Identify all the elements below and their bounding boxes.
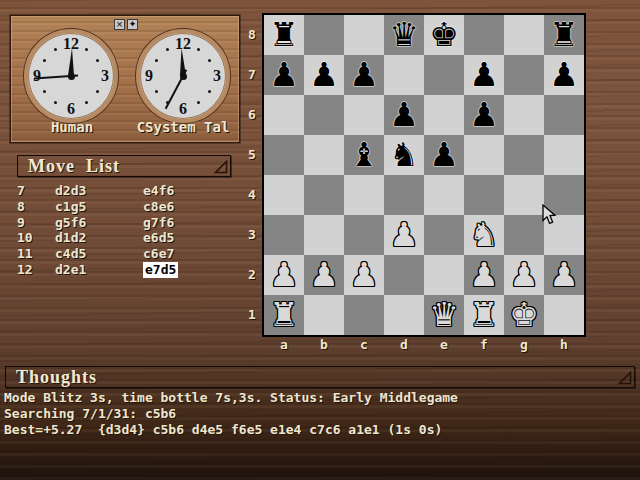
rank-label-8: 8	[246, 15, 258, 55]
square-g4[interactable]	[504, 175, 544, 215]
black-move: e4f6	[143, 183, 174, 199]
clock-hour-dot	[54, 48, 57, 51]
black-move: e6d5	[143, 230, 174, 246]
square-b6[interactable]	[304, 95, 344, 135]
resize-handle-icon[interactable]	[618, 371, 632, 385]
square-f7[interactable]: ♟	[464, 55, 504, 95]
square-a5[interactable]	[264, 135, 304, 175]
black-move-highlighted: e7d5	[143, 262, 178, 278]
black-king: ♚	[424, 15, 464, 55]
square-h1[interactable]	[544, 295, 584, 335]
file-label-h: h	[544, 337, 584, 352]
white-pawn: ♟	[264, 255, 304, 295]
move-row: 9g5f6g7f6	[17, 215, 231, 231]
clock-hour-dot	[197, 101, 200, 104]
clock-hour-dot	[208, 59, 211, 62]
rank-label-4: 4	[246, 175, 258, 215]
file-label-c: c	[344, 337, 384, 352]
clock-numeral-12: 12	[63, 36, 79, 52]
file-label-e: e	[424, 337, 464, 352]
black-pawn: ♟	[264, 55, 304, 95]
square-e4[interactable]	[424, 175, 464, 215]
square-c7[interactable]: ♟	[344, 55, 384, 95]
square-a2[interactable]: ♟	[264, 255, 304, 295]
white-move: d1d2	[55, 230, 86, 246]
square-b3[interactable]	[304, 215, 344, 255]
square-g1[interactable]: ♚	[504, 295, 544, 335]
square-e1[interactable]: ♛	[424, 295, 464, 335]
move-number: 10	[17, 230, 33, 246]
square-h7[interactable]: ♟	[544, 55, 584, 95]
square-d6[interactable]: ♟	[384, 95, 424, 135]
white-pawn: ♟	[304, 255, 344, 295]
move-number: 8	[17, 199, 25, 215]
square-h2[interactable]: ♟	[544, 255, 584, 295]
black-pawn: ♟	[424, 135, 464, 175]
analog-clock-engine: 12 3 6 9	[136, 29, 230, 123]
close-button[interactable]: ×	[114, 19, 125, 30]
clock-hour-dot	[96, 90, 99, 93]
analog-clock-human: 12 3 6 9	[24, 29, 118, 123]
square-b4[interactable]	[304, 175, 344, 215]
square-g3[interactable]	[504, 215, 544, 255]
square-b2[interactable]: ♟	[304, 255, 344, 295]
square-e5[interactable]: ♟	[424, 135, 464, 175]
square-e6[interactable]	[424, 95, 464, 135]
white-move: d2e1	[55, 262, 86, 278]
square-d8[interactable]: ♛	[384, 15, 424, 55]
move-number: 12	[17, 262, 33, 278]
square-f4[interactable]	[464, 175, 504, 215]
black-queen: ♛	[384, 15, 424, 55]
square-c6[interactable]	[344, 95, 384, 135]
square-h6[interactable]	[544, 95, 584, 135]
white-knight: ♞	[464, 215, 504, 255]
black-pawn: ♟	[384, 95, 424, 135]
clock-numeral-6: 6	[179, 101, 187, 117]
square-d2[interactable]	[384, 255, 424, 295]
black-pawn: ♟	[304, 55, 344, 95]
square-h5[interactable]	[544, 135, 584, 175]
file-label-f: f	[464, 337, 504, 352]
black-move: c8e6	[143, 199, 174, 215]
file-label-g: g	[504, 337, 544, 352]
clock-hour-dot	[166, 48, 169, 51]
square-a3[interactable]	[264, 215, 304, 255]
resize-handle-icon[interactable]	[214, 160, 228, 174]
file-label-d: d	[384, 337, 424, 352]
move-number: 9	[17, 215, 25, 231]
square-f8[interactable]	[464, 15, 504, 55]
square-f1[interactable]: ♜	[464, 295, 504, 335]
move-number: 11	[17, 246, 33, 262]
square-c1[interactable]	[344, 295, 384, 335]
clock-hour-dot	[85, 48, 88, 51]
thoughts-titlebar[interactable]: Thoughts	[5, 366, 635, 388]
square-c3[interactable]	[344, 215, 384, 255]
clock-face: 12 3 6 9	[28, 33, 114, 119]
square-b8[interactable]	[304, 15, 344, 55]
black-move: g7f6	[143, 215, 174, 231]
square-b7[interactable]: ♟	[304, 55, 344, 95]
thought-line: Best=+5.27 {d3d4} c5b6 d4e5 f6e5 e1e4 c7…	[4, 422, 636, 438]
black-pawn: ♟	[464, 55, 504, 95]
square-e8[interactable]: ♚	[424, 15, 464, 55]
clock-numeral-3: 3	[213, 68, 221, 84]
white-move: c4d5	[55, 246, 86, 262]
black-rook: ♜	[264, 15, 304, 55]
square-a8[interactable]: ♜	[264, 15, 304, 55]
white-rook: ♜	[264, 295, 304, 335]
square-d5[interactable]: ♞	[384, 135, 424, 175]
square-g2[interactable]: ♟	[504, 255, 544, 295]
square-e2[interactable]	[424, 255, 464, 295]
thought-line: Searching 7/1/31: c5b6	[4, 406, 636, 422]
white-move: g5f6	[55, 215, 86, 231]
clock-hour-dot	[197, 48, 200, 51]
square-d3[interactable]: ♟	[384, 215, 424, 255]
player-name-human: Human	[13, 119, 131, 135]
square-f3[interactable]: ♞	[464, 215, 504, 255]
clock-numeral-3: 3	[101, 68, 109, 84]
move-list: 7d2d3e4f68c1g5c8e69g5f6g7f610d1d2e6d511c…	[17, 183, 231, 278]
black-pawn: ♟	[544, 55, 584, 95]
move-row: 11c4d5c6e7	[17, 246, 231, 262]
square-f6[interactable]: ♟	[464, 95, 504, 135]
black-move: c6e7	[143, 246, 174, 262]
square-e7[interactable]	[424, 55, 464, 95]
pin-button[interactable]: ✦	[127, 19, 138, 30]
move-list-titlebar[interactable]: Move List	[17, 155, 231, 177]
white-pawn: ♟	[384, 215, 424, 255]
clock-numeral-9: 9	[33, 68, 41, 84]
square-c8[interactable]	[344, 15, 384, 55]
engine-thoughts: Mode Blitz 3s, time bottle 7s,3s. Status…	[4, 390, 636, 438]
clock-hour-dot	[43, 90, 46, 93]
clock-hour-dot	[208, 90, 211, 93]
square-f5[interactable]	[464, 135, 504, 175]
move-number: 7	[17, 183, 25, 199]
player-name-engine: CSystem Tal	[129, 119, 237, 135]
rank-label-1: 1	[246, 295, 258, 335]
square-a6[interactable]	[264, 95, 304, 135]
square-b1[interactable]	[304, 295, 344, 335]
rank-label-6: 6	[246, 95, 258, 135]
clock-hour-dot	[155, 59, 158, 62]
clock-hub	[180, 73, 187, 80]
square-d4[interactable]	[384, 175, 424, 215]
clock-face: 12 3 6 9	[140, 33, 226, 119]
square-a1[interactable]: ♜	[264, 295, 304, 335]
clock-hour-dot	[85, 101, 88, 104]
rank-label-3: 3	[246, 215, 258, 255]
file-label-b: b	[304, 337, 344, 352]
clock-hour-dot	[96, 59, 99, 62]
white-move: d2d3	[55, 183, 86, 199]
black-pawn: ♟	[464, 95, 504, 135]
rank-label-2: 2	[246, 255, 258, 295]
hour-hand	[67, 48, 76, 76]
square-c2[interactable]: ♟	[344, 255, 384, 295]
square-h8[interactable]: ♜	[544, 15, 584, 55]
square-a4[interactable]	[264, 175, 304, 215]
square-g5[interactable]	[504, 135, 544, 175]
white-move: c1g5	[55, 199, 86, 215]
move-row: 7d2d3e4f6	[17, 183, 231, 199]
square-c4[interactable]	[344, 175, 384, 215]
black-knight: ♞	[384, 135, 424, 175]
black-bishop: ♝	[344, 135, 384, 175]
white-queen: ♛	[424, 295, 464, 335]
chess-clock-panel: 12 3 6 9 12 3 6 9 Human CSystem Tal	[10, 15, 240, 143]
move-list-title: Move List	[28, 156, 120, 177]
move-row: 10d1d2e6d5	[17, 230, 231, 246]
square-d7[interactable]	[384, 55, 424, 95]
thought-line: Mode Blitz 3s, time bottle 7s,3s. Status…	[4, 390, 636, 406]
white-pawn: ♟	[344, 255, 384, 295]
square-a7[interactable]: ♟	[264, 55, 304, 95]
white-rook: ♜	[464, 295, 504, 335]
thoughts-title: Thoughts	[16, 367, 97, 388]
square-f2[interactable]: ♟	[464, 255, 504, 295]
clock-hour-dot	[54, 101, 57, 104]
square-d1[interactable]	[384, 295, 424, 335]
clock-numeral-9: 9	[145, 68, 153, 84]
square-b5[interactable]	[304, 135, 344, 175]
square-c5[interactable]: ♝	[344, 135, 384, 175]
clock-numeral-12: 12	[175, 36, 191, 52]
clock-hour-dot	[155, 90, 158, 93]
file-label-a: a	[264, 337, 304, 352]
white-pawn: ♟	[544, 255, 584, 295]
chess-board: ♜♛♚♜♟♟♟♟♟♟♟♝♞♟♟♞♟♟♟♟♟♟♜♛♜♚	[262, 13, 586, 337]
square-g7[interactable]	[504, 55, 544, 95]
square-g8[interactable]	[504, 15, 544, 55]
white-pawn: ♟	[504, 255, 544, 295]
black-pawn: ♟	[344, 55, 384, 95]
move-row: 8c1g5c8e6	[17, 199, 231, 215]
white-pawn: ♟	[464, 255, 504, 295]
black-rook: ♜	[544, 15, 584, 55]
clock-hour-dot	[43, 59, 46, 62]
clock-numeral-6: 6	[67, 101, 75, 117]
clock-hub	[68, 73, 75, 80]
rank-label-7: 7	[246, 55, 258, 95]
square-g6[interactable]	[504, 95, 544, 135]
white-king: ♚	[504, 295, 544, 335]
move-row: 12d2e1e7d5	[17, 262, 231, 278]
square-e3[interactable]	[424, 215, 464, 255]
rank-label-5: 5	[246, 135, 258, 175]
mouse-cursor-icon	[542, 204, 557, 225]
